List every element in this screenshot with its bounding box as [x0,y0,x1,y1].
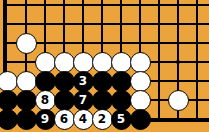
move-number-label: 7 [79,94,87,106]
stone-black: 3 [73,71,94,92]
stone-white [130,90,151,111]
stone-white: 2 [92,109,113,130]
stone-white [92,52,113,73]
stone-white [168,90,189,111]
stone-white [0,71,18,92]
stone-black [35,71,56,92]
stone-black: 9 [35,109,56,130]
stone-black: 5 [111,109,132,130]
stone-white: 6 [54,109,75,130]
stone-white [130,71,151,92]
move-number-label: 6 [60,113,68,125]
stone-white [111,52,132,73]
stone-black [111,90,132,111]
stone-black [54,71,75,92]
stone-white [130,52,151,73]
stone-white: 4 [73,109,94,130]
stone-black [92,71,113,92]
stone-black [16,109,37,130]
stone-black [130,109,151,130]
stone-white [54,52,75,73]
stone-white: 8 [35,90,56,111]
stone-white [16,33,37,54]
star-point [176,60,180,64]
move-number-label: 8 [41,94,49,106]
stone-white [35,52,56,73]
grid-line-horizontal [3,23,209,25]
stone-black [16,90,37,111]
move-number-label: 5 [117,113,125,125]
stone-white [16,71,37,92]
move-number-label: 3 [79,75,87,87]
stone-black [54,90,75,111]
go-board[interactable]: 38796425 [0,0,209,132]
stone-black [0,90,18,111]
move-number-label: 4 [79,113,87,125]
stone-black: 7 [73,90,94,111]
move-number-label: 9 [41,113,49,125]
stone-white [73,52,94,73]
stone-black [111,71,132,92]
stone-black [0,109,18,130]
go-diagram: 38796425 [0,0,209,132]
move-number-label: 2 [98,113,106,125]
stone-black [92,90,113,111]
grid-line-horizontal [3,4,209,6]
